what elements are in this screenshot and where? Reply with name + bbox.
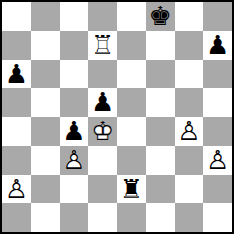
square-f4[interactable]	[146, 117, 175, 146]
square-d8[interactable]	[88, 2, 117, 31]
square-h1[interactable]	[203, 203, 232, 232]
square-a6[interactable]: ♟	[2, 60, 31, 89]
square-b8[interactable]	[31, 2, 60, 31]
white-pawn: ♟♙	[2, 175, 31, 204]
square-e2[interactable]: ♜	[117, 175, 146, 204]
square-g8[interactable]	[175, 2, 204, 31]
square-d7[interactable]: ♜♖	[88, 31, 117, 60]
white-king: ♚♔	[88, 117, 117, 146]
square-g4[interactable]: ♟♙	[175, 117, 204, 146]
black-king: ♚	[146, 2, 175, 31]
square-b5[interactable]	[31, 88, 60, 117]
square-c7[interactable]	[60, 31, 89, 60]
square-c2[interactable]	[60, 175, 89, 204]
chess-board: ♚♜♖♟♟♟♟♚♔♟♙♟♙♟♙♟♙♜	[2, 2, 232, 232]
square-g5[interactable]	[175, 88, 204, 117]
black-rook: ♜	[117, 175, 146, 204]
square-d5[interactable]: ♟	[88, 88, 117, 117]
square-d1[interactable]	[88, 203, 117, 232]
white-pawn: ♟♙	[60, 146, 89, 175]
square-d2[interactable]	[88, 175, 117, 204]
square-e1[interactable]	[117, 203, 146, 232]
square-e4[interactable]	[117, 117, 146, 146]
square-h8[interactable]	[203, 2, 232, 31]
square-f2[interactable]	[146, 175, 175, 204]
black-pawn: ♟	[60, 117, 89, 146]
square-e3[interactable]	[117, 146, 146, 175]
square-h3[interactable]: ♟♙	[203, 146, 232, 175]
white-pawn: ♟♙	[175, 117, 204, 146]
square-g3[interactable]	[175, 146, 204, 175]
white-rook: ♜♖	[88, 31, 117, 60]
square-a3[interactable]	[2, 146, 31, 175]
square-h2[interactable]	[203, 175, 232, 204]
square-a2[interactable]: ♟♙	[2, 175, 31, 204]
square-f3[interactable]	[146, 146, 175, 175]
square-c8[interactable]	[60, 2, 89, 31]
square-e6[interactable]	[117, 60, 146, 89]
square-b4[interactable]	[31, 117, 60, 146]
square-h7[interactable]: ♟	[203, 31, 232, 60]
square-e7[interactable]	[117, 31, 146, 60]
square-b6[interactable]	[31, 60, 60, 89]
square-e8[interactable]	[117, 2, 146, 31]
square-a7[interactable]	[2, 31, 31, 60]
square-f6[interactable]	[146, 60, 175, 89]
square-g6[interactable]	[175, 60, 204, 89]
square-h6[interactable]	[203, 60, 232, 89]
square-g7[interactable]	[175, 31, 204, 60]
white-pawn: ♟♙	[203, 146, 232, 175]
square-b3[interactable]	[31, 146, 60, 175]
square-f8[interactable]: ♚	[146, 2, 175, 31]
square-g1[interactable]	[175, 203, 204, 232]
board-frame: ♚♜♖♟♟♟♟♚♔♟♙♟♙♟♙♟♙♜	[0, 0, 234, 234]
square-a8[interactable]	[2, 2, 31, 31]
square-b2[interactable]	[31, 175, 60, 204]
square-d3[interactable]	[88, 146, 117, 175]
square-c4[interactable]: ♟	[60, 117, 89, 146]
square-a5[interactable]	[2, 88, 31, 117]
square-c3[interactable]: ♟♙	[60, 146, 89, 175]
square-c1[interactable]	[60, 203, 89, 232]
black-pawn: ♟	[203, 31, 232, 60]
square-a1[interactable]	[2, 203, 31, 232]
black-pawn: ♟	[2, 60, 31, 89]
square-c5[interactable]	[60, 88, 89, 117]
black-pawn: ♟	[88, 88, 117, 117]
square-b7[interactable]	[31, 31, 60, 60]
square-f5[interactable]	[146, 88, 175, 117]
square-h4[interactable]	[203, 117, 232, 146]
square-b1[interactable]	[31, 203, 60, 232]
square-d4[interactable]: ♚♔	[88, 117, 117, 146]
square-c6[interactable]	[60, 60, 89, 89]
square-f7[interactable]	[146, 31, 175, 60]
square-e5[interactable]	[117, 88, 146, 117]
square-a4[interactable]	[2, 117, 31, 146]
square-g2[interactable]	[175, 175, 204, 204]
square-f1[interactable]	[146, 203, 175, 232]
square-d6[interactable]	[88, 60, 117, 89]
square-h5[interactable]	[203, 88, 232, 117]
